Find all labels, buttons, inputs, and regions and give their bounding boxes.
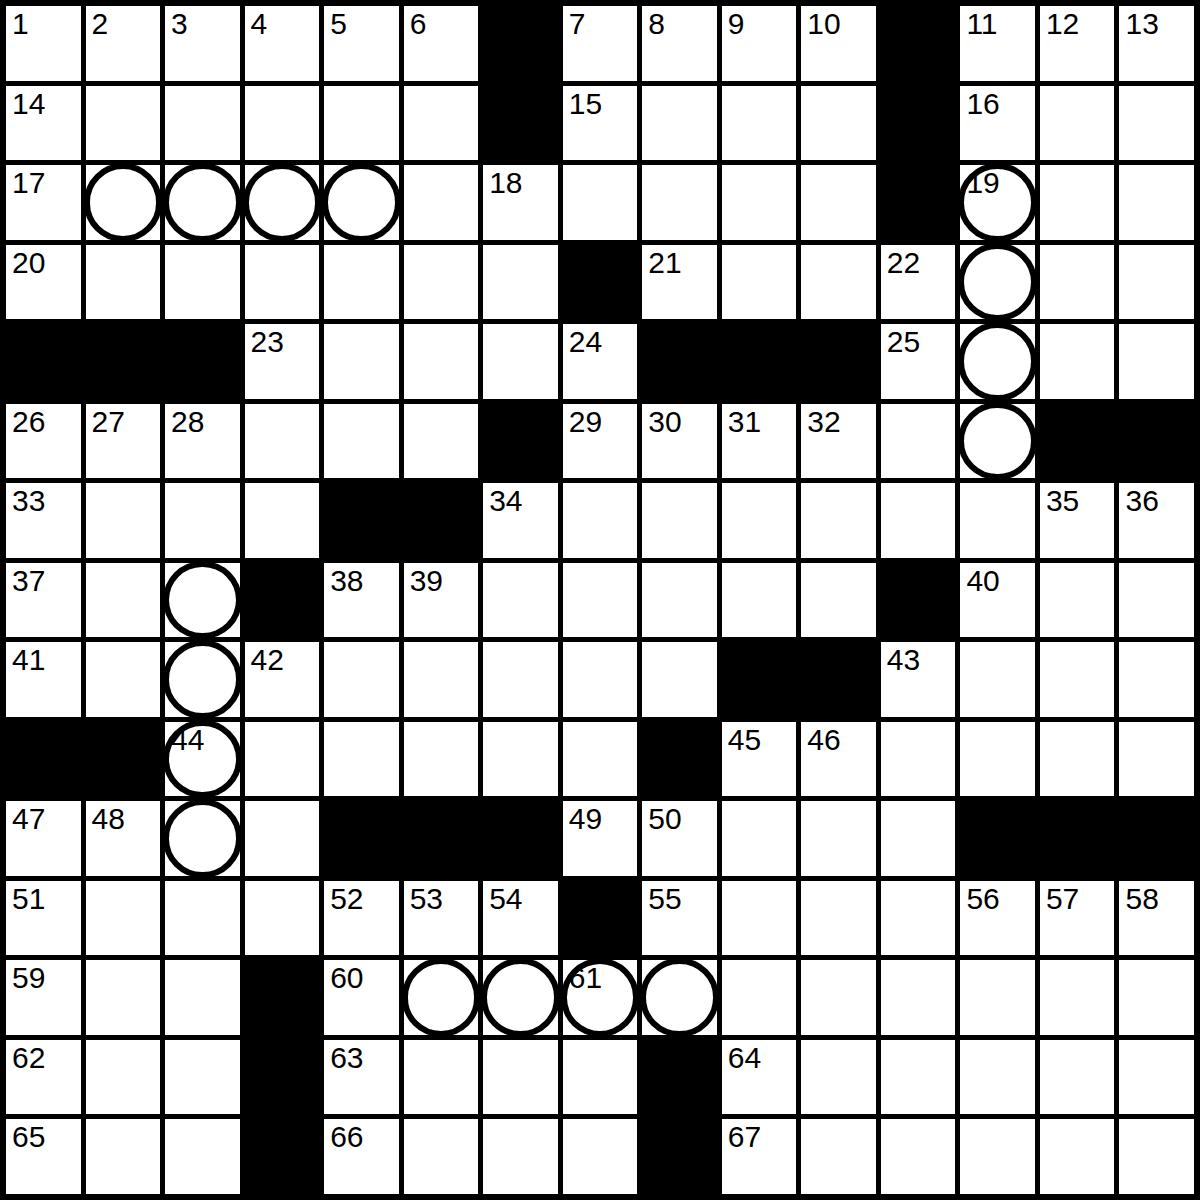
clue-number: 1 (12, 9, 29, 39)
cell-r7c14[interactable]: 35 (1040, 483, 1115, 558)
cell-r13c11[interactable] (801, 960, 876, 1035)
cell-r12c5[interactable]: 52 (324, 881, 399, 956)
cell-r5c12[interactable]: 25 (881, 324, 956, 399)
block-r11c6 (404, 801, 479, 876)
cell-r13c12[interactable] (881, 960, 956, 1035)
block-r9c11 (801, 642, 876, 717)
cell-r4c13[interactable] (960, 245, 1035, 320)
cell-r2c8[interactable]: 15 (563, 86, 638, 161)
cell-r2c13[interactable]: 16 (960, 86, 1035, 161)
clue-number: 2 (92, 9, 109, 39)
cell-r14c15[interactable] (1119, 1040, 1194, 1115)
cell-r11c11[interactable] (801, 801, 876, 876)
cell-r8c14[interactable] (1040, 563, 1115, 638)
clue-number: 53 (410, 884, 443, 914)
clue-number: 35 (1046, 486, 1079, 516)
cell-r4c15[interactable] (1119, 245, 1194, 320)
cell-r12c2[interactable] (86, 881, 161, 956)
clue-number: 31 (728, 407, 761, 437)
block-r10c9 (642, 722, 717, 797)
clue-number: 19 (966, 168, 999, 198)
cell-r5c7[interactable] (483, 324, 558, 399)
clue-number: 12 (1046, 9, 1079, 39)
cell-r6c10[interactable]: 31 (722, 404, 797, 479)
cell-r2c14[interactable] (1040, 86, 1115, 161)
block-r5c9 (642, 324, 717, 399)
block-r1c12 (881, 6, 956, 81)
cell-r10c7[interactable] (483, 722, 558, 797)
clue-number: 54 (489, 884, 522, 914)
circle-marker (322, 163, 401, 242)
cell-r15c12[interactable] (881, 1119, 956, 1194)
cell-r13c2[interactable] (86, 960, 161, 1035)
clue-number: 3 (171, 9, 188, 39)
cell-r15c3[interactable] (165, 1119, 240, 1194)
cell-r13c1[interactable]: 59 (6, 960, 81, 1035)
cell-r9c1[interactable]: 41 (6, 642, 81, 717)
clue-number: 7 (569, 9, 586, 39)
circle-marker (958, 243, 1037, 322)
cell-r6c6[interactable] (404, 404, 479, 479)
cell-r13c9[interactable] (642, 960, 717, 1035)
cell-r3c11[interactable] (801, 165, 876, 240)
cell-r8c5[interactable]: 38 (324, 563, 399, 638)
block-r6c14 (1040, 404, 1115, 479)
cell-r1c2[interactable]: 2 (86, 6, 161, 81)
clue-number: 66 (330, 1122, 363, 1152)
clue-number: 56 (966, 884, 999, 914)
cell-r9c9[interactable] (642, 642, 717, 717)
circle-marker (640, 958, 719, 1037)
cell-r5c5[interactable] (324, 324, 399, 399)
cell-r13c7[interactable] (483, 960, 558, 1035)
cell-r12c6[interactable]: 53 (404, 881, 479, 956)
clue-number: 64 (728, 1043, 761, 1073)
clue-number: 18 (489, 168, 522, 198)
cell-r4c5[interactable] (324, 245, 399, 320)
clue-number: 67 (728, 1122, 761, 1152)
block-r3c12 (881, 165, 956, 240)
block-r5c3 (165, 324, 240, 399)
circle-marker (958, 402, 1037, 481)
cell-r3c15[interactable] (1119, 165, 1194, 240)
cell-r9c4[interactable]: 42 (245, 642, 320, 717)
cell-r8c6[interactable]: 39 (404, 563, 479, 638)
cell-r6c1[interactable]: 26 (6, 404, 81, 479)
clue-number: 13 (1125, 9, 1158, 39)
cell-r14c12[interactable] (881, 1040, 956, 1115)
cell-r10c13[interactable] (960, 722, 1035, 797)
cell-r1c15[interactable]: 13 (1119, 6, 1194, 81)
block-r4c8 (563, 245, 638, 320)
cell-r11c8[interactable]: 49 (563, 801, 638, 876)
cell-r3c5[interactable] (324, 165, 399, 240)
cell-r9c13[interactable] (960, 642, 1035, 717)
cell-r9c12[interactable]: 43 (881, 642, 956, 717)
cell-r8c7[interactable] (483, 563, 558, 638)
clue-number: 44 (171, 725, 204, 755)
clue-number: 28 (171, 407, 204, 437)
cell-r9c2[interactable] (86, 642, 161, 717)
clue-number: 50 (648, 804, 681, 834)
cell-r7c8[interactable] (563, 483, 638, 558)
block-r7c6 (404, 483, 479, 558)
cell-r5c4[interactable]: 23 (245, 324, 320, 399)
block-r14c9 (642, 1040, 717, 1115)
cell-r2c15[interactable] (1119, 86, 1194, 161)
cell-r14c5[interactable]: 63 (324, 1040, 399, 1115)
clue-number: 15 (569, 89, 602, 119)
block-r2c7 (483, 86, 558, 161)
cell-r12c15[interactable]: 58 (1119, 881, 1194, 956)
block-r9c10 (722, 642, 797, 717)
cell-r3c8[interactable] (563, 165, 638, 240)
cell-r1c5[interactable]: 5 (324, 6, 399, 81)
cell-r3c3[interactable] (165, 165, 240, 240)
clue-number: 29 (569, 407, 602, 437)
clue-number: 52 (330, 884, 363, 914)
clue-number: 24 (569, 327, 602, 357)
cell-r15c10[interactable]: 67 (722, 1119, 797, 1194)
cell-r13c10[interactable] (722, 960, 797, 1035)
clue-number: 60 (330, 963, 363, 993)
block-r11c5 (324, 801, 399, 876)
cell-r10c10[interactable]: 45 (722, 722, 797, 797)
block-r14c4 (245, 1040, 320, 1115)
cell-r4c1[interactable]: 20 (6, 245, 81, 320)
clue-number: 36 (1125, 486, 1158, 516)
cell-r7c1[interactable]: 33 (6, 483, 81, 558)
clue-number: 4 (251, 9, 268, 39)
cell-r6c11[interactable]: 32 (801, 404, 876, 479)
circle-marker (243, 163, 322, 242)
clue-number: 49 (569, 804, 602, 834)
clue-number: 26 (12, 407, 45, 437)
cell-r3c9[interactable] (642, 165, 717, 240)
cell-r13c3[interactable] (165, 960, 240, 1035)
cell-r6c12[interactable] (881, 404, 956, 479)
cell-r1c11[interactable]: 10 (801, 6, 876, 81)
cell-r4c2[interactable] (86, 245, 161, 320)
block-r11c7 (483, 801, 558, 876)
clue-number: 22 (887, 248, 920, 278)
cell-r11c12[interactable] (881, 801, 956, 876)
cell-r6c2[interactable]: 27 (86, 404, 161, 479)
cell-r14c3[interactable] (165, 1040, 240, 1115)
cell-r9c8[interactable] (563, 642, 638, 717)
cell-r6c8[interactable]: 29 (563, 404, 638, 479)
cell-r3c13[interactable]: 19 (960, 165, 1035, 240)
cell-r2c9[interactable] (642, 86, 717, 161)
cell-r7c15[interactable]: 36 (1119, 483, 1194, 558)
cell-r13c8[interactable]: 61 (563, 960, 638, 1035)
cell-r2c10[interactable] (722, 86, 797, 161)
clue-number: 48 (92, 804, 125, 834)
clue-number: 55 (648, 884, 681, 914)
clue-number: 23 (251, 327, 284, 357)
cell-r15c15[interactable] (1119, 1119, 1194, 1194)
block-r11c13 (960, 801, 1035, 876)
circle-marker (481, 958, 560, 1037)
cell-r6c3[interactable]: 28 (165, 404, 240, 479)
cell-r11c1[interactable]: 47 (6, 801, 81, 876)
cell-r3c14[interactable] (1040, 165, 1115, 240)
block-r5c11 (801, 324, 876, 399)
cell-r15c6[interactable] (404, 1119, 479, 1194)
clue-number: 39 (410, 566, 443, 596)
cell-r3c4[interactable] (245, 165, 320, 240)
circle-marker (163, 561, 242, 640)
cell-r12c3[interactable] (165, 881, 240, 956)
cell-r9c7[interactable] (483, 642, 558, 717)
cell-r11c4[interactable] (245, 801, 320, 876)
cell-r14c7[interactable] (483, 1040, 558, 1115)
cell-r8c3[interactable] (165, 563, 240, 638)
cell-r8c11[interactable] (801, 563, 876, 638)
block-r10c2 (86, 722, 161, 797)
cell-r15c2[interactable] (86, 1119, 161, 1194)
cell-r2c1[interactable]: 14 (6, 86, 81, 161)
clue-number: 21 (648, 248, 681, 278)
cell-r13c5[interactable]: 60 (324, 960, 399, 1035)
cell-r8c9[interactable] (642, 563, 717, 638)
cell-r1c13[interactable]: 11 (960, 6, 1035, 81)
cell-r8c10[interactable] (722, 563, 797, 638)
cell-r6c4[interactable] (245, 404, 320, 479)
block-r6c15 (1119, 404, 1194, 479)
clue-number: 17 (12, 168, 45, 198)
clue-number: 42 (251, 645, 284, 675)
cell-r5c6[interactable] (404, 324, 479, 399)
cell-r4c10[interactable] (722, 245, 797, 320)
clue-number: 5 (330, 9, 347, 39)
cell-r2c3[interactable] (165, 86, 240, 161)
cell-r9c3[interactable] (165, 642, 240, 717)
block-r15c9 (642, 1119, 717, 1194)
cell-r1c6[interactable]: 6 (404, 6, 479, 81)
cell-r12c1[interactable]: 51 (6, 881, 81, 956)
cell-r10c5[interactable] (324, 722, 399, 797)
cell-r11c3[interactable] (165, 801, 240, 876)
block-r5c10 (722, 324, 797, 399)
cell-r7c13[interactable] (960, 483, 1035, 558)
cell-r4c14[interactable] (1040, 245, 1115, 320)
cell-r5c8[interactable]: 24 (563, 324, 638, 399)
cell-r7c12[interactable] (881, 483, 956, 558)
cell-r14c13[interactable] (960, 1040, 1035, 1115)
clue-number: 32 (807, 407, 840, 437)
cell-r1c8[interactable]: 7 (563, 6, 638, 81)
cell-r8c2[interactable] (86, 563, 161, 638)
cell-r8c1[interactable]: 37 (6, 563, 81, 638)
cell-r12c7[interactable]: 54 (483, 881, 558, 956)
cell-r4c11[interactable] (801, 245, 876, 320)
cell-r2c4[interactable] (245, 86, 320, 161)
clue-number: 63 (330, 1043, 363, 1073)
cell-r10c4[interactable] (245, 722, 320, 797)
block-r8c4 (245, 563, 320, 638)
cell-r7c7[interactable]: 34 (483, 483, 558, 558)
cell-r11c10[interactable] (722, 801, 797, 876)
clue-number: 37 (12, 566, 45, 596)
cell-r4c3[interactable] (165, 245, 240, 320)
cell-r7c9[interactable] (642, 483, 717, 558)
cell-r3c1[interactable]: 17 (6, 165, 81, 240)
cell-r14c10[interactable]: 64 (722, 1040, 797, 1115)
cell-r10c14[interactable] (1040, 722, 1115, 797)
cell-r1c9[interactable]: 8 (642, 6, 717, 81)
clue-number: 58 (1125, 884, 1158, 914)
cell-r5c13[interactable] (960, 324, 1035, 399)
cell-r12c9[interactable]: 55 (642, 881, 717, 956)
cell-r2c11[interactable] (801, 86, 876, 161)
cell-r13c15[interactable] (1119, 960, 1194, 1035)
cell-r1c1[interactable]: 1 (6, 6, 81, 81)
cell-r10c3[interactable]: 44 (165, 722, 240, 797)
cell-r7c10[interactable] (722, 483, 797, 558)
cell-r2c2[interactable] (86, 86, 161, 161)
cell-r12c14[interactable]: 57 (1040, 881, 1115, 956)
clue-number: 16 (966, 89, 999, 119)
circle-marker (163, 640, 242, 719)
block-r13c4 (245, 960, 320, 1035)
clue-number: 61 (569, 963, 602, 993)
block-r5c2 (86, 324, 161, 399)
cell-r10c8[interactable] (563, 722, 638, 797)
clue-number: 20 (12, 248, 45, 278)
clue-number: 41 (12, 645, 45, 675)
cell-r15c5[interactable]: 66 (324, 1119, 399, 1194)
clue-number: 9 (728, 9, 745, 39)
circle-marker (163, 799, 242, 878)
block-r11c14 (1040, 801, 1115, 876)
cell-r10c15[interactable] (1119, 722, 1194, 797)
block-r8c12 (881, 563, 956, 638)
circle-marker (402, 958, 481, 1037)
block-r6c7 (483, 404, 558, 479)
cell-r15c8[interactable] (563, 1119, 638, 1194)
cell-r7c4[interactable] (245, 483, 320, 558)
cell-r6c9[interactable]: 30 (642, 404, 717, 479)
cell-r1c14[interactable]: 12 (1040, 6, 1115, 81)
block-r15c4 (245, 1119, 320, 1194)
cell-r11c2[interactable]: 48 (86, 801, 161, 876)
cell-r10c6[interactable] (404, 722, 479, 797)
cell-r9c6[interactable] (404, 642, 479, 717)
cell-r5c15[interactable] (1119, 324, 1194, 399)
clue-number: 62 (12, 1043, 45, 1073)
cell-r4c7[interactable] (483, 245, 558, 320)
block-r10c1 (6, 722, 81, 797)
clue-number: 46 (807, 725, 840, 755)
clue-number: 14 (12, 89, 45, 119)
cell-r15c14[interactable] (1040, 1119, 1115, 1194)
clue-number: 59 (12, 963, 45, 993)
clue-number: 27 (92, 407, 125, 437)
circle-marker (958, 322, 1037, 401)
cell-r7c3[interactable] (165, 483, 240, 558)
cell-r3c7[interactable]: 18 (483, 165, 558, 240)
cell-r1c10[interactable]: 9 (722, 6, 797, 81)
cell-r15c1[interactable]: 65 (6, 1119, 81, 1194)
clue-number: 65 (12, 1122, 45, 1152)
cell-r2c5[interactable] (324, 86, 399, 161)
clue-number: 33 (12, 486, 45, 516)
clue-number: 25 (887, 327, 920, 357)
cell-r10c11[interactable]: 46 (801, 722, 876, 797)
cell-r6c5[interactable] (324, 404, 399, 479)
cell-r3c6[interactable] (404, 165, 479, 240)
clue-number: 10 (807, 9, 840, 39)
cell-r4c4[interactable] (245, 245, 320, 320)
circle-marker (163, 163, 242, 242)
cell-r13c6[interactable] (404, 960, 479, 1035)
cell-r2c6[interactable] (404, 86, 479, 161)
cell-r8c13[interactable]: 40 (960, 563, 1035, 638)
cell-r8c15[interactable] (1119, 563, 1194, 638)
block-r2c12 (881, 86, 956, 161)
cell-r13c14[interactable] (1040, 960, 1115, 1035)
cell-r6c13[interactable] (960, 404, 1035, 479)
cell-r14c14[interactable] (1040, 1040, 1115, 1115)
cell-r4c9[interactable]: 21 (642, 245, 717, 320)
cell-r1c4[interactable]: 4 (245, 6, 320, 81)
clue-number: 11 (966, 9, 997, 39)
cell-r3c2[interactable] (86, 165, 161, 240)
cell-r12c12[interactable] (881, 881, 956, 956)
block-r1c7 (483, 6, 558, 81)
cell-r4c12[interactable]: 22 (881, 245, 956, 320)
cell-r12c4[interactable] (245, 881, 320, 956)
cell-r10c12[interactable] (881, 722, 956, 797)
cell-r14c6[interactable] (404, 1040, 479, 1115)
cell-r5c14[interactable] (1040, 324, 1115, 399)
cell-r12c11[interactable] (801, 881, 876, 956)
clue-number: 38 (330, 566, 363, 596)
clue-number: 51 (12, 884, 45, 914)
cell-r12c10[interactable] (722, 881, 797, 956)
cell-r14c2[interactable] (86, 1040, 161, 1115)
clue-number: 47 (12, 804, 45, 834)
cell-r14c11[interactable] (801, 1040, 876, 1115)
clue-number: 45 (728, 725, 761, 755)
cell-r15c11[interactable] (801, 1119, 876, 1194)
cell-r13c13[interactable] (960, 960, 1035, 1035)
clue-number: 6 (410, 9, 427, 39)
clue-number: 8 (648, 9, 665, 39)
cell-r14c8[interactable] (563, 1040, 638, 1115)
block-r11c15 (1119, 801, 1194, 876)
cell-r9c15[interactable] (1119, 642, 1194, 717)
clue-number: 43 (887, 645, 920, 675)
cell-r7c2[interactable] (86, 483, 161, 558)
cell-r1c3[interactable]: 3 (165, 6, 240, 81)
cell-r8c8[interactable] (563, 563, 638, 638)
cell-r14c1[interactable]: 62 (6, 1040, 81, 1115)
cell-r12c13[interactable]: 56 (960, 881, 1035, 956)
block-r5c1 (6, 324, 81, 399)
cell-r15c7[interactable] (483, 1119, 558, 1194)
cell-r7c11[interactable] (801, 483, 876, 558)
cell-r11c9[interactable]: 50 (642, 801, 717, 876)
cell-r9c5[interactable] (324, 642, 399, 717)
cell-r4c6[interactable] (404, 245, 479, 320)
cell-r9c14[interactable] (1040, 642, 1115, 717)
circle-marker (84, 163, 163, 242)
cell-r3c10[interactable] (722, 165, 797, 240)
cell-r15c13[interactable] (960, 1119, 1035, 1194)
crossword-grid: 1234567891011121314151617181920212223242… (0, 0, 1200, 1200)
